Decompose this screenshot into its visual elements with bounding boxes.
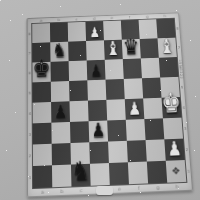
square-h8 xyxy=(156,19,175,39)
corner-emblem: ❖ xyxy=(171,166,181,176)
square-a5 xyxy=(33,82,52,103)
board-clasp xyxy=(96,186,113,195)
board-frame: abcdefgh abcdefgh 87654321 87654321 ❖ ♟♝… xyxy=(27,12,193,197)
square-f1 xyxy=(128,162,148,185)
square-h3 xyxy=(163,118,183,140)
square-f8 xyxy=(121,20,140,40)
square-c2 xyxy=(70,142,89,164)
file-label-a: a xyxy=(33,187,52,197)
square-a4 xyxy=(33,102,52,123)
square-c8 xyxy=(68,22,86,42)
square-f2 xyxy=(127,140,147,162)
square-b4 xyxy=(51,101,70,122)
square-e7 xyxy=(104,40,123,60)
square-h6 xyxy=(159,57,179,77)
file-label-g: g xyxy=(148,183,168,193)
square-b8 xyxy=(50,23,68,43)
file-label-c: c xyxy=(71,186,90,196)
square-a1 xyxy=(33,165,52,188)
square-d8 xyxy=(85,21,103,41)
square-d3 xyxy=(89,120,108,142)
square-e5 xyxy=(106,79,125,100)
square-g8 xyxy=(139,19,158,39)
square-b7 xyxy=(50,42,68,62)
square-e6 xyxy=(105,59,124,80)
square-g7 xyxy=(140,38,159,58)
square-b6 xyxy=(51,61,70,82)
square-d1 xyxy=(90,163,110,186)
square-e2 xyxy=(108,141,128,163)
square-h2 xyxy=(164,139,184,161)
square-e4 xyxy=(106,99,125,120)
square-d4 xyxy=(88,100,107,121)
square-g4 xyxy=(143,98,163,119)
square-h4 xyxy=(162,97,182,118)
square-b2 xyxy=(52,143,71,165)
square-c5 xyxy=(69,80,88,101)
square-f4 xyxy=(125,98,145,119)
chess-board: abcdefgh abcdefgh 87654321 87654321 ❖ ♟♝… xyxy=(27,12,193,197)
photo-noise xyxy=(0,0,1,1)
square-a2 xyxy=(33,144,52,166)
square-g6 xyxy=(141,58,160,78)
square-c7 xyxy=(68,41,87,61)
square-g2 xyxy=(146,139,166,161)
square-f7 xyxy=(122,39,141,59)
file-label-h: h xyxy=(167,182,187,192)
square-e3 xyxy=(107,120,127,142)
square-d7 xyxy=(86,40,105,60)
square-c6 xyxy=(69,60,88,81)
file-label-f: f xyxy=(129,183,149,193)
square-e1 xyxy=(109,162,129,185)
square-e8 xyxy=(103,21,122,41)
board-grid: ❖ xyxy=(32,19,186,188)
square-a7 xyxy=(32,42,50,62)
chessboard-photo: abcdefgh abcdefgh 87654321 87654321 ❖ ♟♝… xyxy=(0,0,200,200)
square-g1 xyxy=(147,161,167,184)
square-b5 xyxy=(51,81,70,102)
square-d6 xyxy=(87,60,106,81)
square-f6 xyxy=(123,58,142,79)
square-d2 xyxy=(89,142,109,164)
square-h1: ❖ xyxy=(166,160,187,183)
square-a6 xyxy=(32,62,50,83)
square-f3 xyxy=(126,119,146,141)
square-c1 xyxy=(71,164,91,187)
square-b3 xyxy=(51,122,70,144)
file-label-b: b xyxy=(52,186,71,196)
square-g3 xyxy=(144,118,164,140)
square-c4 xyxy=(70,101,89,122)
square-a8 xyxy=(32,23,50,43)
square-f5 xyxy=(124,78,143,99)
square-g5 xyxy=(142,78,162,99)
square-h5 xyxy=(160,77,180,98)
square-c3 xyxy=(70,121,89,143)
square-b1 xyxy=(52,165,72,188)
square-h7 xyxy=(158,38,177,58)
square-d5 xyxy=(87,80,106,101)
square-a3 xyxy=(33,123,52,145)
